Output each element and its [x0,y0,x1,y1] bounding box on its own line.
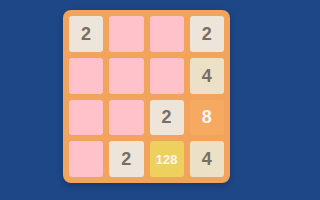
tile-4: 4 [190,141,224,177]
tile-2: 2 [69,16,103,52]
tile-2: 2 [190,16,224,52]
empty-cell [109,100,143,136]
empty-cell [69,58,103,94]
page-background: 2242821284 [0,0,320,200]
tile-4: 4 [190,58,224,94]
tile-2: 2 [109,141,143,177]
empty-cell [109,16,143,52]
tile-2: 2 [150,100,184,136]
empty-cell [69,141,103,177]
tile-128: 128 [150,141,184,177]
empty-cell [69,100,103,136]
empty-cell [109,58,143,94]
empty-cell [150,58,184,94]
tile-8: 8 [190,100,224,136]
empty-cell [150,16,184,52]
game-board[interactable]: 2242821284 [63,10,230,183]
